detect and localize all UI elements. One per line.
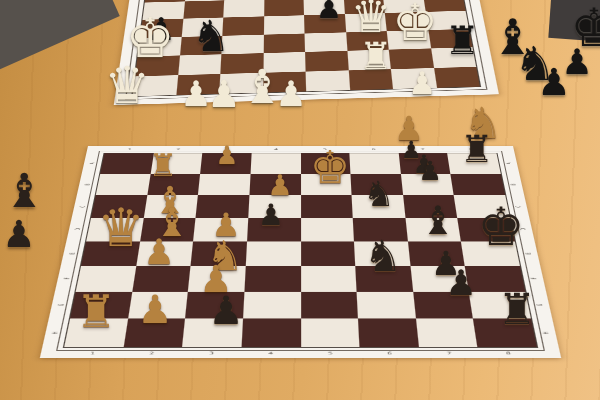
white-wood-pawn-h2[interactable]: ♟: [135, 290, 175, 329]
white-wood-king-c5[interactable]: ♚: [307, 145, 353, 190]
file-label: F: [63, 278, 70, 280]
square: [244, 266, 300, 292]
square: [305, 32, 347, 52]
rank-label: 2: [149, 351, 154, 355]
file-label: C: [79, 205, 86, 207]
white-wood-pawn-f2[interactable]: ♟: [141, 234, 177, 269]
black-wood-bishop[interactable]: ♝: [0, 167, 48, 214]
square: [246, 241, 301, 266]
square: [263, 15, 304, 34]
file-label: A: [89, 163, 95, 165]
rank-label: 6: [387, 351, 392, 355]
file-label: B: [84, 184, 91, 186]
rank-label: 7: [446, 351, 451, 355]
square: [301, 292, 359, 319]
file-label: B: [510, 184, 517, 186]
white-plastic-pawn[interactable]: ♟: [406, 68, 438, 99]
square: [350, 153, 401, 174]
photo-scene: AABBCCDDEEFFGGHH1122334455667788 ♜♟♛♟♞♟♝…: [0, 0, 600, 400]
square: [96, 174, 151, 195]
white-plastic-pawn[interactable]: ♟: [205, 76, 243, 113]
white-wood-rook-b2[interactable]: ♜: [147, 150, 179, 181]
black-wood-king-f8[interactable]: ♚: [474, 201, 528, 254]
square: [451, 174, 506, 195]
square: [357, 292, 416, 319]
rank-label: 4: [268, 351, 273, 355]
file-label: E: [69, 252, 76, 254]
square: [100, 153, 153, 174]
rank-label: 5: [328, 351, 333, 355]
black-wood-rook[interactable]: ♜: [458, 131, 496, 168]
white-wood-rook-h1[interactable]: ♜: [73, 289, 119, 334]
black-wood-rook-h8[interactable]: ♜: [495, 288, 539, 331]
white-wood-pawn-d4[interactable]: ♟: [266, 172, 295, 200]
square: [305, 51, 348, 72]
square: [241, 319, 300, 347]
square: [416, 319, 478, 347]
file-label: F: [530, 278, 537, 280]
black-plastic-rook[interactable]: ♜: [442, 21, 482, 60]
white-plastic-rook[interactable]: ♜: [357, 38, 395, 75]
square: [301, 241, 356, 266]
black-plastic-pawn[interactable]: ♟: [535, 64, 573, 101]
rank-label: 4: [274, 148, 278, 150]
black-plastic-pawn[interactable]: ♟: [314, 0, 344, 24]
square: [301, 266, 357, 292]
rank-label: 3: [209, 351, 214, 355]
white-plastic-queen[interactable]: ♛: [101, 61, 153, 112]
square: [358, 319, 419, 347]
square: [243, 292, 301, 319]
square: [301, 319, 360, 347]
square: [301, 195, 353, 217]
black-wood-pawn-g7[interactable]: ♟: [443, 265, 479, 300]
white-plastic-pawn[interactable]: ♟: [273, 76, 309, 111]
file-label: H: [542, 331, 550, 334]
white-plastic-queen[interactable]: ♛: [348, 0, 394, 39]
square: [301, 218, 355, 241]
black-wood-pawn[interactable]: ♟: [0, 216, 38, 253]
file-label: D: [74, 228, 81, 230]
white-plastic-king[interactable]: ♚: [389, 0, 441, 49]
white-wood-pawn-b3[interactable]: ♟: [214, 143, 240, 168]
square: [264, 0, 304, 16]
square: [306, 70, 350, 91]
black-wood-pawn-c7[interactable]: ♟: [417, 158, 444, 184]
square: [263, 33, 305, 53]
square: [433, 67, 479, 88]
black-wood-bishop-e7[interactable]: ♝: [418, 201, 458, 240]
file-label: G: [58, 304, 66, 307]
black-wood-pawn-e4[interactable]: ♟: [256, 201, 286, 230]
rank-label: 1: [128, 148, 132, 150]
rank-label: 8: [506, 351, 511, 355]
black-wood-pawn-h3[interactable]: ♟: [206, 291, 246, 330]
black-wood-knight-f6[interactable]: ♞: [361, 235, 405, 278]
square: [198, 174, 250, 195]
rank-label: 6: [372, 148, 376, 150]
file-label: H: [51, 331, 59, 334]
black-plastic-knight[interactable]: ♞: [189, 15, 233, 58]
black-wood-knight-d6[interactable]: ♞: [361, 176, 397, 211]
file-label: A: [505, 163, 511, 165]
rank-label: 1: [90, 351, 95, 355]
white-wood-queen-f1[interactable]: ♛: [94, 202, 148, 255]
